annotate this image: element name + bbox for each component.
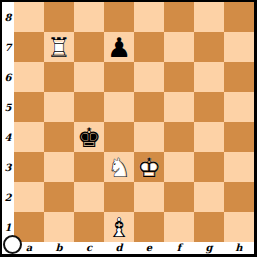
square-d4[interactable]: [104, 122, 134, 152]
square-f5[interactable]: [164, 92, 194, 122]
rank-label-7: 7: [2, 32, 14, 62]
square-e8[interactable]: [134, 2, 164, 32]
square-f6[interactable]: [164, 62, 194, 92]
square-h3[interactable]: [224, 152, 254, 182]
file-label-e: e: [134, 242, 164, 254]
file-labels: abcdefgh: [14, 242, 254, 254]
piece-fill-layer: ♚: [74, 122, 104, 152]
square-f1[interactable]: [164, 212, 194, 242]
square-b2[interactable]: [44, 182, 74, 212]
square-g4[interactable]: [194, 122, 224, 152]
square-g2[interactable]: [194, 182, 224, 212]
board-margin: 87654321 ♜♖♟♚♞♘♚♔♝♗ abcdefgh: [2, 2, 254, 254]
square-f2[interactable]: [164, 182, 194, 212]
square-c4[interactable]: ♚: [74, 122, 104, 152]
square-h6[interactable]: [224, 62, 254, 92]
square-g8[interactable]: [194, 2, 224, 32]
piece-black-pawn[interactable]: ♟: [104, 32, 134, 62]
piece-white-bishop[interactable]: ♝♗: [104, 212, 134, 242]
square-f8[interactable]: [164, 2, 194, 32]
piece-white-rook[interactable]: ♜♖: [44, 32, 74, 62]
piece-white-knight[interactable]: ♞♘: [104, 152, 134, 182]
rank-label-6: 6: [2, 62, 14, 92]
square-d2[interactable]: [104, 182, 134, 212]
piece-fill-layer: ♟: [104, 32, 134, 62]
square-b7[interactable]: ♜♖: [44, 32, 74, 62]
square-d6[interactable]: [104, 62, 134, 92]
square-b6[interactable]: [44, 62, 74, 92]
square-c5[interactable]: [74, 92, 104, 122]
square-f7[interactable]: [164, 32, 194, 62]
file-label-f: f: [164, 242, 194, 254]
square-e3[interactable]: ♚♔: [134, 152, 164, 182]
chess-diagram: 87654321 ♜♖♟♚♞♘♚♔♝♗ abcdefgh: [0, 0, 257, 257]
square-d8[interactable]: [104, 2, 134, 32]
square-e6[interactable]: [134, 62, 164, 92]
square-b5[interactable]: [44, 92, 74, 122]
square-h7[interactable]: [224, 32, 254, 62]
square-a2[interactable]: [14, 182, 44, 212]
rank-label-5: 5: [2, 92, 14, 122]
rank-label-3: 3: [2, 152, 14, 182]
rank-label-2: 2: [2, 182, 14, 212]
square-e1[interactable]: [134, 212, 164, 242]
square-a3[interactable]: [14, 152, 44, 182]
square-h8[interactable]: [224, 2, 254, 32]
square-h2[interactable]: [224, 182, 254, 212]
piece-outline-layer: ♗: [104, 212, 134, 242]
square-h4[interactable]: [224, 122, 254, 152]
square-d1[interactable]: ♝♗: [104, 212, 134, 242]
piece-outline-layer: ♖: [44, 32, 74, 62]
square-a4[interactable]: [14, 122, 44, 152]
square-e2[interactable]: [134, 182, 164, 212]
square-e4[interactable]: [134, 122, 164, 152]
square-h1[interactable]: [224, 212, 254, 242]
square-f4[interactable]: [164, 122, 194, 152]
piece-black-king[interactable]: ♚: [74, 122, 104, 152]
file-label-b: b: [44, 242, 74, 254]
square-e7[interactable]: [134, 32, 164, 62]
turn-indicator-circle: [3, 235, 22, 254]
piece-outline-layer: ♘: [104, 152, 134, 182]
square-b4[interactable]: [44, 122, 74, 152]
square-b8[interactable]: [44, 2, 74, 32]
square-g7[interactable]: [194, 32, 224, 62]
rank-label-8: 8: [2, 2, 14, 32]
chess-board: ♜♖♟♚♞♘♚♔♝♗: [14, 2, 254, 242]
file-label-d: d: [104, 242, 134, 254]
square-c8[interactable]: [74, 2, 104, 32]
square-c2[interactable]: [74, 182, 104, 212]
square-d5[interactable]: [104, 92, 134, 122]
square-h5[interactable]: [224, 92, 254, 122]
file-label-g: g: [194, 242, 224, 254]
square-g1[interactable]: [194, 212, 224, 242]
square-c7[interactable]: [74, 32, 104, 62]
rank-label-4: 4: [2, 122, 14, 152]
square-g3[interactable]: [194, 152, 224, 182]
square-f3[interactable]: [164, 152, 194, 182]
square-a7[interactable]: [14, 32, 44, 62]
file-label-c: c: [74, 242, 104, 254]
square-a6[interactable]: [14, 62, 44, 92]
square-a5[interactable]: [14, 92, 44, 122]
file-label-h: h: [224, 242, 254, 254]
rank-labels: 87654321: [2, 2, 14, 242]
piece-white-king[interactable]: ♚♔: [134, 152, 164, 182]
square-c1[interactable]: [74, 212, 104, 242]
square-g5[interactable]: [194, 92, 224, 122]
square-c6[interactable]: [74, 62, 104, 92]
square-b3[interactable]: [44, 152, 74, 182]
piece-outline-layer: ♔: [134, 152, 164, 182]
square-e5[interactable]: [134, 92, 164, 122]
square-a8[interactable]: [14, 2, 44, 32]
square-d3[interactable]: ♞♘: [104, 152, 134, 182]
square-c3[interactable]: [74, 152, 104, 182]
square-g6[interactable]: [194, 62, 224, 92]
square-b1[interactable]: [44, 212, 74, 242]
square-d7[interactable]: ♟: [104, 32, 134, 62]
